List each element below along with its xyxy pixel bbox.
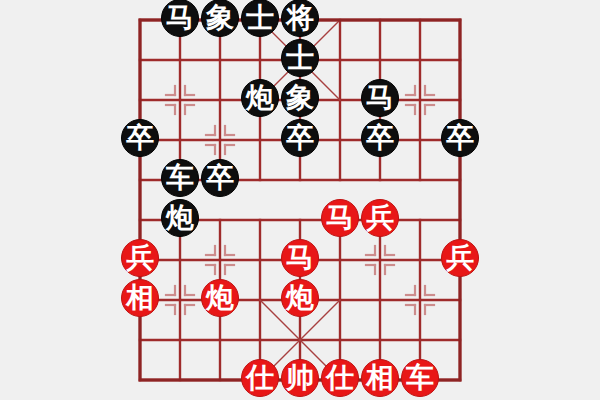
xiangqi-board-screenshot: 马象士将士炮象马卒卒卒卒车卒炮马兵兵马兵相炮炮仕帅仕相车 <box>0 0 600 400</box>
piece-black-elephant[interactable]: 象 <box>281 79 319 117</box>
piece-black-advisor[interactable]: 士 <box>241 0 279 37</box>
piece-black-horse[interactable]: 马 <box>161 0 199 37</box>
piece-black-horse[interactable]: 马 <box>361 79 399 117</box>
piece-black-soldier[interactable]: 卒 <box>121 119 159 157</box>
piece-red-chariot[interactable]: 车 <box>401 359 439 397</box>
piece-red-cannon[interactable]: 炮 <box>281 279 319 317</box>
pieces-layer: 马象士将士炮象马卒卒卒卒车卒炮马兵兵马兵相炮炮仕帅仕相车 <box>0 0 600 400</box>
piece-red-general[interactable]: 帅 <box>281 359 319 397</box>
piece-black-soldier[interactable]: 卒 <box>441 119 479 157</box>
piece-black-cannon[interactable]: 炮 <box>241 79 279 117</box>
piece-red-horse[interactable]: 马 <box>281 239 319 277</box>
piece-black-cannon[interactable]: 炮 <box>161 199 199 237</box>
piece-black-general[interactable]: 将 <box>281 0 319 37</box>
piece-black-advisor[interactable]: 士 <box>281 39 319 77</box>
piece-black-soldier[interactable]: 卒 <box>281 119 319 157</box>
piece-red-elephant[interactable]: 相 <box>361 359 399 397</box>
piece-black-soldier[interactable]: 卒 <box>201 159 239 197</box>
piece-black-soldier[interactable]: 卒 <box>361 119 399 157</box>
piece-red-soldier[interactable]: 兵 <box>441 239 479 277</box>
piece-red-soldier[interactable]: 兵 <box>121 239 159 277</box>
piece-red-advisor[interactable]: 仕 <box>241 359 279 397</box>
piece-black-elephant[interactable]: 象 <box>201 0 239 37</box>
piece-black-chariot[interactable]: 车 <box>161 159 199 197</box>
piece-red-soldier[interactable]: 兵 <box>361 199 399 237</box>
piece-red-cannon[interactable]: 炮 <box>201 279 239 317</box>
piece-red-horse[interactable]: 马 <box>321 199 359 237</box>
piece-red-advisor[interactable]: 仕 <box>321 359 359 397</box>
piece-red-elephant[interactable]: 相 <box>121 279 159 317</box>
